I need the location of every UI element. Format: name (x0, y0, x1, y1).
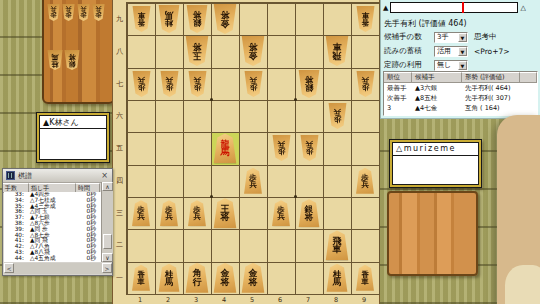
shogi-piece-金将[interactable]: 金将 (241, 263, 265, 293)
chevron-down-icon[interactable]: ▼ (458, 61, 467, 70)
col-eval: 形勢 (評価値) (462, 72, 520, 83)
shogi-piece-角行[interactable]: 角行 (185, 263, 209, 293)
file-label-7: 7 (294, 296, 322, 304)
shogi-piece-金将[interactable]: 金将 (241, 36, 265, 66)
file-label-5: 5 (238, 296, 266, 304)
evaluation-bar (390, 2, 518, 13)
candidate-rank: 次善手 (384, 93, 412, 103)
file-label-2: 2 (154, 296, 182, 304)
kifu-horizontal-scrollbar[interactable]: < > (4, 263, 112, 274)
sente-nameplate: ▲K林さん (36, 112, 110, 163)
sente-captured-tray: 歩兵歩兵歩兵歩兵桂馬銀将 (42, 0, 115, 104)
evaluation-bar-row: ▲ △ (383, 2, 526, 13)
shogi-board[interactable]: 香車桂馬銀将金将香車玉将金将飛車歩兵歩兵歩兵歩兵銀将歩兵歩兵龍馬歩兵歩兵歩兵歩兵… (112, 0, 380, 304)
candidate-rows[interactable]: 最善手▲3六銀先手有利( 464)次善手▲8五桂先手有利( 307)3▲4七金互… (384, 83, 537, 113)
shogi-piece-桂馬[interactable]: 桂馬 (158, 264, 180, 292)
shogi-piece-歩兵[interactable]: 歩兵 (244, 71, 263, 97)
candidate-extra (520, 93, 537, 103)
rank-label-五: 五 (113, 143, 126, 153)
shogi-piece-香車[interactable]: 香車 (132, 265, 151, 291)
sente-nameplate-inner: ▲K林さん (39, 115, 107, 160)
setting-dropdown[interactable]: 3手▼ (434, 32, 468, 43)
setting-dropdown[interactable]: 活用▼ (434, 46, 468, 57)
captured-piece-歩兵[interactable]: 歩兵 (92, 4, 105, 21)
shogi-piece-銀将[interactable]: 銀将 (186, 5, 208, 33)
chevron-down-icon[interactable]: ▼ (458, 33, 467, 42)
shogi-piece-歩兵[interactable]: 歩兵 (328, 103, 347, 129)
candidate-moves-table[interactable]: 順位 候補手 形勢 (評価値) 最善手▲3六銀先手有利( 464)次善手▲8五桂… (383, 71, 538, 116)
candidate-eval: 互角 ( 164) (462, 103, 520, 113)
setting-dropdown[interactable]: 無し▼ (434, 60, 468, 71)
close-icon[interactable]: × (97, 171, 112, 180)
floor-cushion (497, 115, 540, 304)
shogi-piece-銀将[interactable]: 銀将 (298, 199, 320, 227)
shogi-piece-飛車[interactable]: 飛車 (325, 36, 349, 66)
shogi-piece-歩兵[interactable]: 歩兵 (272, 200, 291, 226)
file-label-9: 9 (350, 296, 378, 304)
scrollbar-thumb[interactable] (103, 234, 112, 249)
candidate-rank: 最善手 (384, 83, 412, 93)
cushion-highlight (505, 265, 540, 304)
shogi-piece-桂馬[interactable]: 桂馬 (158, 5, 180, 33)
candidate-extra (520, 83, 537, 93)
move-number: 44: (4, 256, 24, 262)
dropdown-value: 無し (435, 60, 458, 70)
file-label-3: 3 (182, 296, 210, 304)
candidate-row[interactable]: 次善手▲8五桂先手有利( 307) (384, 93, 537, 103)
evaluation-bar-marker (462, 2, 464, 13)
setting-label: 候補手の数 (384, 32, 434, 42)
star-point (294, 98, 297, 101)
gote-player-name: △murizeme (393, 143, 478, 156)
candidate-eval: 先手有利( 464) (462, 83, 520, 93)
setting-note: <Pro+7> (474, 47, 510, 56)
rank-label-二: 二 (113, 240, 126, 250)
col-extra (520, 72, 537, 83)
evaluation-text: 先手有利 (評価値 464) (384, 18, 467, 29)
setting-row-2: 読みの蓄積活用▼<Pro+7> (384, 45, 510, 57)
dropdown-value: 3手 (435, 32, 458, 42)
kifu-window-icon (6, 171, 15, 180)
kifu-move-row[interactable]: 44:△4五角成0秒 (4, 256, 101, 262)
shogi-piece-歩兵[interactable]: 歩兵 (244, 168, 263, 194)
shogi-piece-金将[interactable]: 金将 (213, 263, 237, 293)
file-label-1: 1 (126, 296, 154, 304)
col-rank: 順位 (384, 72, 412, 83)
sente-mark: ▲ (383, 4, 388, 12)
captured-piece-歩兵[interactable]: 歩兵 (77, 4, 90, 21)
setting-row-1: 候補手の数3手▼思考中 (384, 31, 497, 43)
gote-nameplate-inner: △murizeme (392, 142, 479, 185)
setting-label: 読みの蓄積 (384, 46, 434, 56)
shogi-piece-歩兵[interactable]: 歩兵 (188, 71, 207, 97)
rank-label-九: 九 (113, 14, 126, 24)
shogi-piece-歩兵[interactable]: 歩兵 (356, 168, 375, 194)
scroll-right-icon[interactable]: > (102, 263, 112, 273)
gote-nameplate: △murizeme (389, 139, 482, 188)
candidate-extra (520, 103, 537, 113)
col-move: 候補手 (412, 72, 462, 83)
sente-player-name: ▲K林さん (40, 116, 106, 129)
move-text: △4五角成 (24, 256, 76, 262)
scroll-up-icon[interactable]: ∧ (102, 182, 113, 191)
candidate-move: ▲4七金 (412, 103, 462, 113)
shogi-piece-王将[interactable]: 王将 (213, 198, 237, 228)
candidate-rank: 3 (384, 103, 412, 113)
star-point (210, 195, 213, 198)
rank-label-七: 七 (113, 79, 126, 89)
candidate-eval: 先手有利( 307) (462, 93, 520, 103)
shogi-piece-歩兵[interactable]: 歩兵 (132, 71, 151, 97)
setting-note: 思考中 (474, 32, 497, 42)
rank-label-六: 六 (113, 111, 126, 121)
rank-label-八: 八 (113, 46, 126, 56)
shogi-piece-桂馬[interactable]: 桂馬 (326, 264, 348, 292)
star-point (210, 98, 213, 101)
file-label-8: 8 (322, 296, 350, 304)
board-grid[interactable]: 香車桂馬銀将金将香車玉将金将飛車歩兵歩兵歩兵歩兵銀将歩兵歩兵龍馬歩兵歩兵歩兵歩兵… (126, 2, 380, 295)
captured-piece-歩兵[interactable]: 歩兵 (62, 4, 75, 21)
captured-piece-銀将[interactable]: 銀将 (64, 50, 80, 70)
chevron-down-icon[interactable]: ▼ (458, 47, 467, 56)
shogi-piece-玉将[interactable]: 玉将 (185, 36, 209, 66)
rank-label-一: 一 (113, 273, 126, 283)
kifu-move-list[interactable]: 33:▲4四歩0秒34:△7七桂成0秒35:▲4三歩成0秒36:△同 玉0秒37… (4, 192, 101, 262)
candidate-move: ▲8五桂 (412, 93, 462, 103)
shogi-piece-歩兵[interactable]: 歩兵 (160, 200, 179, 226)
file-label-6: 6 (266, 296, 294, 304)
setting-row-3: 定跡の利用無し▼ (384, 59, 474, 71)
shogi-piece-歩兵[interactable]: 歩兵 (132, 200, 151, 226)
move-time: 0秒 (76, 256, 96, 262)
setting-label: 定跡の利用 (384, 60, 434, 70)
candidate-row[interactable]: 最善手▲3六銀先手有利( 464) (384, 83, 537, 93)
captured-piece-歩兵[interactable]: 歩兵 (47, 4, 60, 21)
shogi-piece-飛車[interactable]: 飛車 (325, 230, 349, 260)
file-label-4: 4 (210, 296, 238, 304)
analysis-panel: ▲ △ 先手有利 (評価値 464) 候補手の数3手▼思考中読みの蓄積活用▼<P… (380, 0, 540, 119)
shogi-piece-歩兵[interactable]: 歩兵 (188, 200, 207, 226)
shogi-piece-香車[interactable]: 香車 (356, 6, 375, 32)
rank-label-四: 四 (113, 176, 126, 186)
shogi-piece-歩兵[interactable]: 歩兵 (300, 135, 319, 161)
dropdown-value: 活用 (435, 46, 458, 56)
kifu-window[interactable]: 棋譜 × 手数 指し手 時間 33:▲4四歩0秒34:△7七桂成0秒35:▲4三… (2, 168, 113, 276)
shogi-piece-歩兵[interactable]: 歩兵 (272, 135, 291, 161)
shogi-piece-歩兵[interactable]: 歩兵 (356, 71, 375, 97)
candidate-move: ▲3六銀 (412, 83, 462, 93)
star-point (294, 195, 297, 198)
rank-label-三: 三 (113, 208, 126, 218)
shogi-piece-銀将[interactable]: 銀将 (298, 70, 320, 98)
shogi-piece-歩兵[interactable]: 歩兵 (160, 71, 179, 97)
kifu-titlebar[interactable]: 棋譜 × (3, 169, 112, 183)
gote-mark: △ (520, 4, 525, 12)
gote-captured-tray (387, 191, 478, 276)
shogi-piece-香車[interactable]: 香車 (356, 265, 375, 291)
captured-piece-桂馬[interactable]: 桂馬 (47, 50, 63, 70)
shogi-piece-金将[interactable]: 金将 (213, 4, 237, 34)
candidate-row[interactable]: 3▲4七金互角 ( 164) (384, 103, 537, 113)
candidate-table-header: 順位 候補手 形勢 (評価値) (384, 72, 537, 83)
shogi-piece-香車[interactable]: 香車 (132, 6, 151, 32)
kifu-window-title: 棋譜 (18, 171, 97, 181)
kifu-vertical-scrollbar[interactable]: ∧ ∨ (101, 182, 113, 262)
scroll-left-icon[interactable]: < (4, 263, 14, 273)
scroll-down-icon[interactable]: ∨ (102, 253, 113, 262)
